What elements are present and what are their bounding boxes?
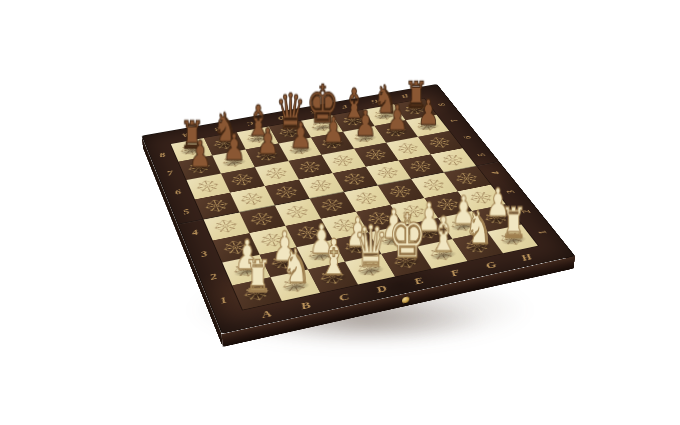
square-ornament-icon [341, 171, 370, 187]
square-ornament-icon [329, 153, 357, 168]
piece-black-pawn-a7: ♟ [168, 135, 232, 172]
piece-white-rook-a1: ♜ [221, 254, 294, 299]
square-ornament-icon [426, 135, 454, 150]
square-ornament-icon [296, 159, 324, 175]
square-ornament-icon [273, 184, 302, 201]
square-ornament-icon [439, 153, 468, 168]
chess-set-photo: 87654321 87654321 ABCDEFGH ABCDEFGH ♜♞♝♛… [0, 0, 680, 425]
brass-latch-icon [401, 296, 408, 304]
